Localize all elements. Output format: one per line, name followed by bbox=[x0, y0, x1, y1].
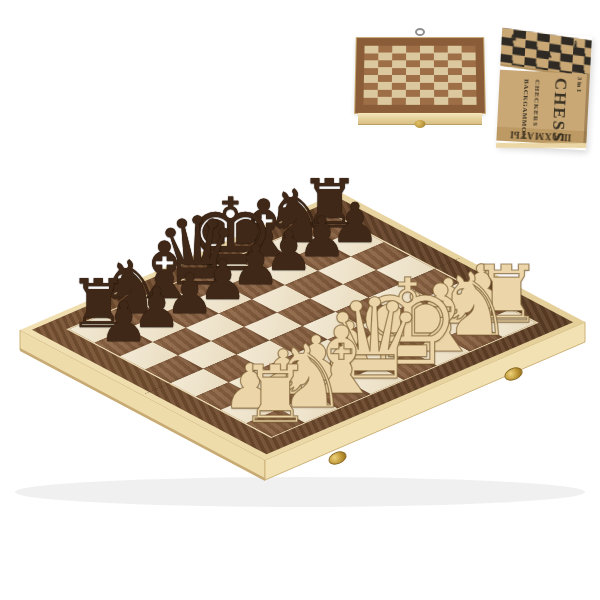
box-front-face: 3 in 1 CHESS CHECKERS BACKGAMMON bbox=[497, 70, 590, 132]
folded-board-checker-top bbox=[355, 38, 485, 113]
pawn-icon: ♟ bbox=[545, 50, 554, 60]
ground-shadow bbox=[15, 477, 585, 507]
box-bottom-edge bbox=[496, 143, 586, 148]
hanging-ring-icon bbox=[415, 28, 425, 36]
retail-box-thumbnail: ♞ ♟ ♝ 3 in 1 CHESS CHECKERS BACKGAMMON Ш… bbox=[496, 32, 592, 151]
bishop-icon: ♝ bbox=[571, 40, 580, 50]
knight-icon: ♞ bbox=[510, 33, 519, 43]
box-badge: 3 in 1 bbox=[576, 77, 584, 93]
clasp-icon bbox=[415, 120, 426, 128]
folded-board-base-edge bbox=[358, 113, 482, 125]
box-subtitle-checkers: CHECKERS bbox=[531, 79, 541, 127]
folded-board-thumbnail bbox=[356, 28, 484, 125]
chess-set-product-photo: ♜♟♞♟♝♟♚♟♛♟♝♟♟♞♜♟♟♜♞♟♟♝♟♚♟♛♟♝♟♞♟♜ ♞ ♟ ♝ 3… bbox=[0, 0, 600, 600]
